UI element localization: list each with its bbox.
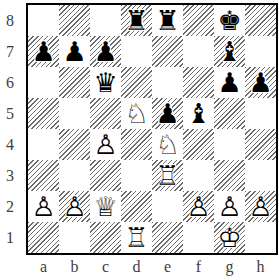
piece-glyph-outline: ♕ — [90, 191, 121, 222]
piece-black-pawn[interactable]: ♟ — [28, 36, 59, 67]
square-e5[interactable]: ♟ — [152, 98, 183, 129]
piece-black-pawn[interactable]: ♟ — [59, 36, 90, 67]
square-d2[interactable] — [121, 191, 152, 222]
rank-label-1: 1 — [0, 222, 20, 253]
piece-black-queen[interactable]: ♛ — [90, 67, 121, 98]
square-e8[interactable]: ♜ — [152, 5, 183, 36]
square-h3[interactable] — [245, 160, 276, 191]
square-a5[interactable] — [28, 98, 59, 129]
piece-black-bishop[interactable]: ♝ — [214, 36, 245, 67]
square-c5[interactable] — [90, 98, 121, 129]
square-b8[interactable] — [59, 5, 90, 36]
chess-board: ♜♜♚♟♟♟♝♛♟♟♞♘♟♝♟♙♞♘♜♖♟♙♟♙♛♕♟♙♟♙♟♙♜♖♚♔ — [26, 3, 278, 255]
square-d7[interactable] — [121, 36, 152, 67]
piece-glyph-outline: ♙ — [214, 191, 245, 222]
piece-glyph-outline: ♙ — [90, 129, 121, 160]
piece-black-rook[interactable]: ♜ — [152, 5, 183, 36]
square-h5[interactable] — [245, 98, 276, 129]
piece-black-pawn[interactable]: ♟ — [214, 67, 245, 98]
square-b4[interactable] — [59, 129, 90, 160]
square-d8[interactable]: ♜ — [121, 5, 152, 36]
square-h7[interactable] — [245, 36, 276, 67]
file-label-g: g — [214, 257, 245, 277]
square-d3[interactable] — [121, 160, 152, 191]
piece-glyph-outline: ♖ — [152, 160, 183, 191]
square-b7[interactable]: ♟ — [59, 36, 90, 67]
square-c3[interactable] — [90, 160, 121, 191]
square-g2[interactable]: ♟♙ — [214, 191, 245, 222]
piece-white-rook[interactable]: ♜♖ — [152, 160, 183, 191]
piece-black-rook[interactable]: ♜ — [121, 5, 152, 36]
square-g1[interactable]: ♚♔ — [214, 222, 245, 253]
piece-glyph-outline: ♖ — [121, 222, 152, 253]
square-b2[interactable]: ♟♙ — [59, 191, 90, 222]
piece-white-pawn[interactable]: ♟♙ — [59, 191, 90, 222]
square-f4[interactable] — [183, 129, 214, 160]
file-label-h: h — [245, 257, 276, 277]
rank-label-3: 3 — [0, 160, 20, 191]
square-f7[interactable] — [183, 36, 214, 67]
square-a4[interactable] — [28, 129, 59, 160]
piece-white-knight[interactable]: ♞♘ — [152, 129, 183, 160]
file-label-a: a — [28, 257, 59, 277]
square-e3[interactable]: ♜♖ — [152, 160, 183, 191]
square-a6[interactable] — [28, 67, 59, 98]
piece-glyph-outline: ♙ — [28, 191, 59, 222]
file-label-e: e — [152, 257, 183, 277]
rank-label-7: 7 — [0, 36, 20, 67]
square-c6[interactable]: ♛ — [90, 67, 121, 98]
piece-white-pawn[interactable]: ♟♙ — [28, 191, 59, 222]
square-c7[interactable]: ♟ — [90, 36, 121, 67]
piece-glyph-outline: ♘ — [121, 98, 152, 129]
square-c1[interactable] — [90, 222, 121, 253]
piece-black-king[interactable]: ♚ — [214, 5, 245, 36]
square-e2[interactable] — [152, 191, 183, 222]
square-a2[interactable]: ♟♙ — [28, 191, 59, 222]
rank-label-6: 6 — [0, 67, 20, 98]
square-g4[interactable] — [214, 129, 245, 160]
square-f5[interactable]: ♝ — [183, 98, 214, 129]
square-a7[interactable]: ♟ — [28, 36, 59, 67]
square-e1[interactable] — [152, 222, 183, 253]
square-h1[interactable] — [245, 222, 276, 253]
piece-glyph-outline: ♙ — [59, 191, 90, 222]
file-label-d: d — [121, 257, 152, 277]
piece-black-pawn[interactable]: ♟ — [152, 98, 183, 129]
piece-white-queen[interactable]: ♛♕ — [90, 191, 121, 222]
rank-label-8: 8 — [0, 5, 20, 36]
square-g6[interactable]: ♟ — [214, 67, 245, 98]
rank-label-2: 2 — [0, 191, 20, 222]
piece-white-king[interactable]: ♚♔ — [214, 222, 245, 253]
square-a3[interactable] — [28, 160, 59, 191]
square-b3[interactable] — [59, 160, 90, 191]
square-b5[interactable] — [59, 98, 90, 129]
square-f1[interactable] — [183, 222, 214, 253]
square-g7[interactable]: ♝ — [214, 36, 245, 67]
rank-label-5: 5 — [0, 98, 20, 129]
piece-black-pawn[interactable]: ♟ — [245, 67, 276, 98]
file-label-c: c — [90, 257, 121, 277]
square-c8[interactable] — [90, 5, 121, 36]
rank-labels: 87654321 — [0, 5, 20, 253]
piece-black-bishop[interactable]: ♝ — [183, 98, 214, 129]
file-label-b: b — [59, 257, 90, 277]
piece-glyph-outline: ♙ — [245, 191, 276, 222]
piece-white-pawn[interactable]: ♟♙ — [245, 191, 276, 222]
square-h2[interactable]: ♟♙ — [245, 191, 276, 222]
piece-black-pawn[interactable]: ♟ — [90, 36, 121, 67]
chess-diagram: 87654321 ♜♜♚♟♟♟♝♛♟♟♞♘♟♝♟♙♞♘♜♖♟♙♟♙♛♕♟♙♟♙♟… — [0, 0, 279, 280]
piece-white-pawn[interactable]: ♟♙ — [183, 191, 214, 222]
piece-glyph-outline: ♘ — [152, 129, 183, 160]
square-g3[interactable] — [214, 160, 245, 191]
square-d5[interactable]: ♞♘ — [121, 98, 152, 129]
square-e6[interactable] — [152, 67, 183, 98]
piece-glyph-outline: ♔ — [214, 222, 245, 253]
square-f3[interactable] — [183, 160, 214, 191]
square-g8[interactable]: ♚ — [214, 5, 245, 36]
piece-white-pawn[interactable]: ♟♙ — [90, 129, 121, 160]
square-b1[interactable] — [59, 222, 90, 253]
piece-white-pawn[interactable]: ♟♙ — [214, 191, 245, 222]
square-a8[interactable] — [28, 5, 59, 36]
piece-white-rook[interactable]: ♜♖ — [121, 222, 152, 253]
piece-white-knight[interactable]: ♞♘ — [121, 98, 152, 129]
piece-glyph-outline: ♙ — [183, 191, 214, 222]
file-labels: abcdefgh — [28, 257, 276, 277]
square-f8[interactable] — [183, 5, 214, 36]
rank-label-4: 4 — [0, 129, 20, 160]
square-f2[interactable]: ♟♙ — [183, 191, 214, 222]
square-d6[interactable] — [121, 67, 152, 98]
file-label-f: f — [183, 257, 214, 277]
square-e7[interactable] — [152, 36, 183, 67]
square-f6[interactable] — [183, 67, 214, 98]
square-a1[interactable] — [28, 222, 59, 253]
square-g5[interactable] — [214, 98, 245, 129]
square-h4[interactable] — [245, 129, 276, 160]
square-b6[interactable] — [59, 67, 90, 98]
square-d1[interactable]: ♜♖ — [121, 222, 152, 253]
square-c2[interactable]: ♛♕ — [90, 191, 121, 222]
square-c4[interactable]: ♟♙ — [90, 129, 121, 160]
square-h8[interactable] — [245, 5, 276, 36]
square-e4[interactable]: ♞♘ — [152, 129, 183, 160]
square-h6[interactable]: ♟ — [245, 67, 276, 98]
square-d4[interactable] — [121, 129, 152, 160]
